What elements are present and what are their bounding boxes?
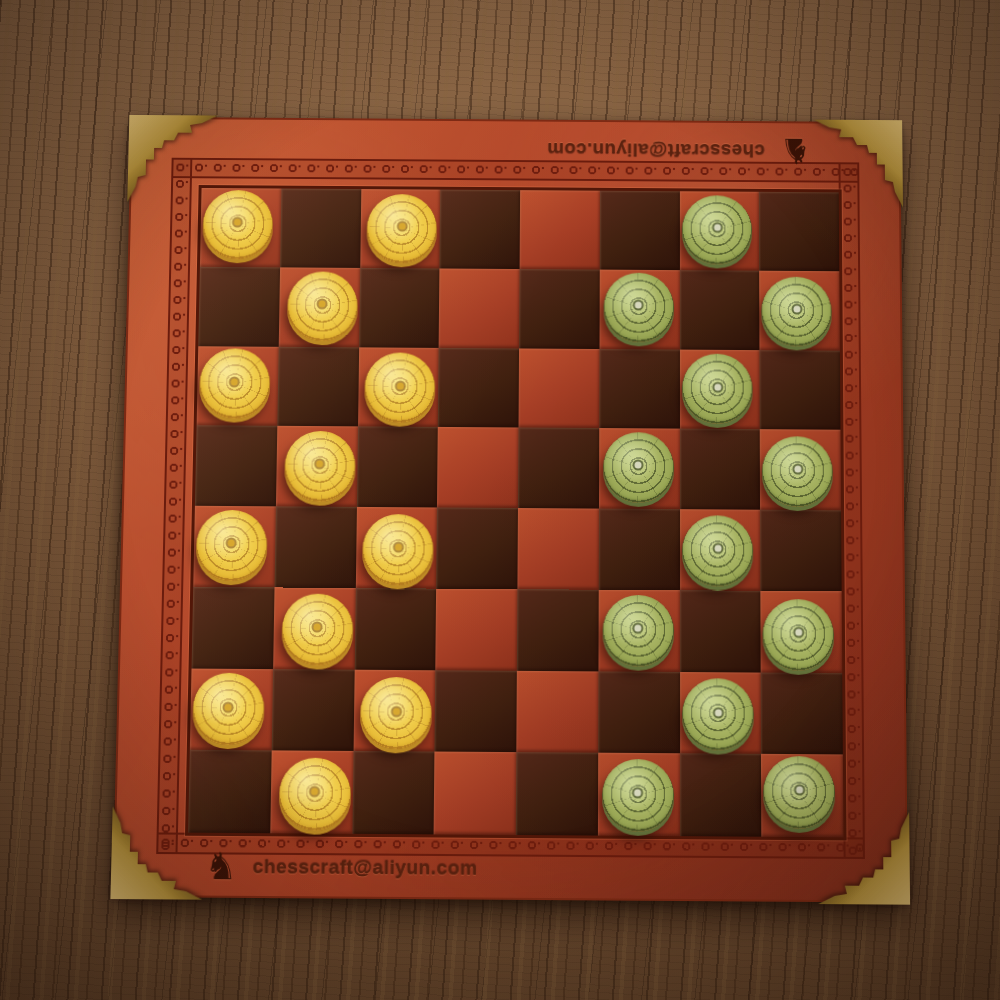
square-r5c8[interactable] [760,510,841,591]
checkers-board-mat: ♞ chesscraft@aliyun.com ♞ chesscraft@ali… [113,117,909,903]
square-r4c7[interactable] [679,429,760,510]
square-r7c3[interactable] [353,669,435,752]
square-r8c3[interactable] [352,751,435,834]
square-r2c1[interactable] [198,267,280,347]
metal-corner-bottom-right [808,801,910,905]
square-r4c1[interactable] [195,425,277,506]
metal-corner-top-right [804,120,903,218]
square-r5c2[interactable] [274,506,356,587]
square-r5c1[interactable] [193,506,275,587]
square-r7c6[interactable] [598,671,680,754]
square-r3c1[interactable] [197,346,279,426]
square-r6c6[interactable] [598,589,679,671]
square-r3c4[interactable] [438,347,519,427]
checker-green[interactable] [682,354,753,425]
brand-text-top: chesscraft@aliyun.com [547,138,765,161]
square-r2c2[interactable] [278,267,359,347]
board-wrap: ♞ chesscraft@aliyun.com ♞ chesscraft@ali… [113,117,909,903]
wood-table: ♞ chesscraft@aliyun.com ♞ chesscraft@ali… [0,0,1000,1000]
square-r2c6[interactable] [599,269,679,349]
square-r6c8[interactable] [761,591,843,673]
square-r4c4[interactable] [437,427,518,508]
checker-green[interactable] [603,432,674,503]
square-r1c2[interactable] [280,189,361,268]
checker-yellow[interactable] [278,758,351,831]
checker-green[interactable] [762,436,833,507]
square-r6c5[interactable] [517,589,599,671]
metal-corner-top-left [127,115,228,212]
checker-green[interactable] [682,195,752,265]
square-r6c4[interactable] [436,588,518,670]
square-r3c8[interactable] [760,350,841,430]
square-r8c2[interactable] [270,751,353,834]
square-r3c7[interactable] [679,349,760,429]
square-r4c2[interactable] [276,426,358,507]
brand-text-bottom: chesscraft@aliyun.com [252,856,477,880]
checker-yellow[interactable] [367,194,438,264]
square-r7c7[interactable] [680,671,762,754]
checker-green[interactable] [682,515,753,587]
square-r1c3[interactable] [360,189,441,268]
checker-yellow[interactable] [192,673,265,746]
square-r6c1[interactable] [192,587,275,669]
square-r1c5[interactable] [520,190,600,269]
brand-top: ♞ chesscraft@aliyun.com [547,131,812,168]
checker-yellow[interactable] [286,271,357,341]
square-r8c5[interactable] [516,752,598,835]
metal-corner-bottom-left [110,796,214,900]
square-r8c6[interactable] [598,753,680,836]
square-r3c6[interactable] [599,349,679,429]
square-r7c8[interactable] [761,672,843,755]
square-r2c5[interactable] [519,269,599,349]
square-r1c4[interactable] [440,190,520,269]
square-r8c4[interactable] [434,752,516,835]
checker-yellow[interactable] [364,353,435,424]
square-r7c1[interactable] [190,668,273,751]
checker-yellow[interactable] [195,510,267,582]
square-r4c8[interactable] [760,429,841,510]
checker-green[interactable] [761,276,832,346]
square-r7c4[interactable] [435,670,517,753]
square-r3c5[interactable] [519,348,600,428]
checker-yellow[interactable] [281,593,353,665]
checker-green[interactable] [602,759,674,832]
square-r3c2[interactable] [277,346,359,426]
checker-yellow[interactable] [284,431,356,502]
square-r5c5[interactable] [517,508,598,589]
checker-yellow[interactable] [360,677,433,750]
brand-bottom: ♞ chesscraft@aliyun.com [204,848,477,887]
square-r6c3[interactable] [354,588,436,670]
square-r6c2[interactable] [273,587,355,669]
square-r8c7[interactable] [680,754,762,837]
square-r7c2[interactable] [271,669,354,752]
square-r2c7[interactable] [679,270,759,350]
checker-green[interactable] [763,599,835,671]
square-r1c6[interactable] [600,191,680,270]
square-r5c3[interactable] [355,507,437,588]
square-r5c6[interactable] [598,509,679,590]
square-r2c4[interactable] [439,268,520,348]
square-r5c4[interactable] [436,507,518,588]
checker-yellow[interactable] [199,349,271,420]
square-r3c3[interactable] [358,347,439,427]
square-r2c8[interactable] [759,270,840,350]
checker-green[interactable] [602,594,674,666]
playing-area [185,185,847,840]
checker-green[interactable] [603,272,674,342]
square-r5c7[interactable] [680,509,761,590]
square-r6c7[interactable] [680,590,761,672]
square-r1c7[interactable] [679,191,759,270]
square-r7c5[interactable] [516,670,598,753]
square-r4c5[interactable] [518,428,599,509]
checker-yellow[interactable] [362,514,434,586]
checker-green[interactable] [682,678,754,751]
square-r2c3[interactable] [359,268,440,348]
square-r4c3[interactable] [356,427,438,508]
square-r4c6[interactable] [599,428,680,509]
